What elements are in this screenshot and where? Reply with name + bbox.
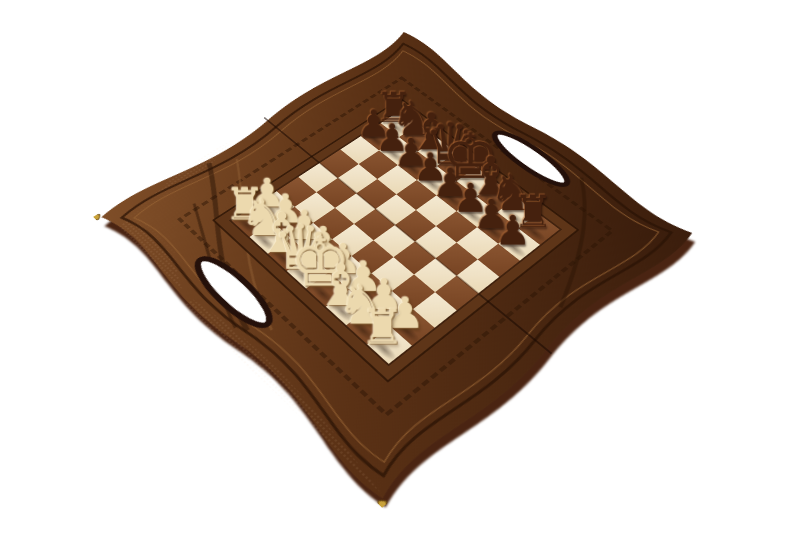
carved-board: ♜♞♝♛♚♝♞♜♟♟♟♟♟♟♟♟♟♟♟♟♟♟♟♟♜♞♝♛♚♝♞♜ xyxy=(93,27,701,508)
black-pawn-glyph: ♟ xyxy=(467,210,559,249)
white-rook-glyph: ♜ xyxy=(333,304,432,351)
board-scene: ♜♞♝♛♚♝♞♜♟♟♟♟♟♟♟♟♟♟♟♟♟♟♟♟♜♞♝♛♚♝♞♜ xyxy=(180,10,610,440)
product-photo-stage: ♜♞♝♛♚♝♞♜♟♟♟♟♟♟♟♟♟♟♟♟♟♟♟♟♜♞♝♛♚♝♞♜ xyxy=(0,0,800,533)
pieces-layer: ♜♞♝♛♚♝♞♜♟♟♟♟♟♟♟♟♟♟♟♟♟♟♟♟♜♞♝♛♚♝♞♜ xyxy=(93,27,701,508)
